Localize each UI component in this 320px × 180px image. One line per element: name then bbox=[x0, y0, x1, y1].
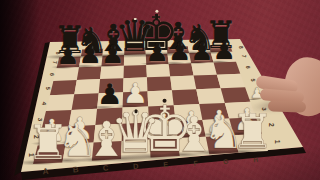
finial-dot bbox=[134, 110, 138, 114]
black-pawn-h7[interactable]: ♟ bbox=[213, 38, 236, 63]
black-pawn-c7[interactable]: ♟ bbox=[101, 42, 124, 67]
hand bbox=[240, 50, 320, 124]
finial-dot bbox=[134, 18, 137, 21]
piece-shadow bbox=[95, 64, 119, 67]
finial-dot bbox=[163, 99, 167, 103]
hand-ring-finger bbox=[268, 100, 306, 112]
black-pawn-a7[interactable]: ♟ bbox=[57, 43, 80, 68]
black-pawn-e7[interactable]: ♟ bbox=[146, 40, 169, 65]
chess-photo-scene: ABCDEFGH8877665544332211 ♜♞♝♛♚♝♞♜♟♟♟♟♟♟♟… bbox=[0, 0, 320, 180]
black-pawn-g7[interactable]: ♟ bbox=[191, 39, 214, 64]
finial-dot bbox=[155, 10, 158, 13]
white-rook-a1[interactable]: ♜ bbox=[27, 118, 70, 166]
piece-shadow bbox=[14, 159, 59, 165]
piece-shadow bbox=[140, 62, 164, 65]
piece-shadow bbox=[50, 65, 74, 68]
piece-shadow bbox=[184, 61, 208, 64]
